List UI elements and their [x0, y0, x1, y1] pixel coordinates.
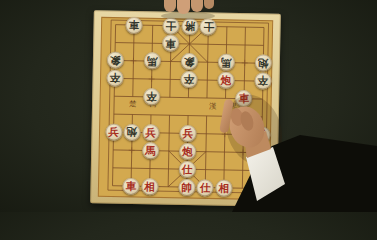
piece-glyph: 炮 [182, 146, 193, 157]
piece-glyph: 車 [166, 38, 177, 49]
piece-glyph: 象 [184, 57, 195, 68]
piece-e3[interactable]: 卒 [180, 71, 197, 88]
piece-e6[interactable]: 兵 [179, 125, 196, 142]
piece-c4[interactable]: 卒 [143, 88, 160, 105]
piece-f0[interactable]: 士 [200, 18, 217, 35]
piece-glyph: 士 [203, 21, 214, 32]
piece-glyph: 卒 [146, 92, 157, 103]
piece-g9[interactable]: 相 [215, 179, 232, 196]
piece-e7[interactable]: 炮 [179, 143, 196, 160]
piece-glyph: 車 [239, 93, 250, 104]
piece-f9[interactable]: 仕 [197, 179, 214, 196]
piece-a6[interactable]: 兵 [105, 123, 122, 140]
piece-glyph: 馬 [147, 56, 158, 67]
piece-glyph: 炮 [127, 127, 138, 138]
piece-e9[interactable]: 帥 [178, 178, 195, 195]
piece-glyph: 卒 [109, 73, 120, 84]
piece-glyph: 兵 [182, 128, 193, 139]
piece-glyph: 將 [184, 21, 195, 32]
piece-c2[interactable]: 馬 [143, 52, 160, 69]
piece-i6[interactable]: 兵 [253, 126, 270, 143]
piece-glyph: 車 [129, 20, 140, 31]
piece-d0[interactable]: 士 [163, 17, 180, 34]
piece-glyph: 馬 [221, 57, 232, 68]
xiangqi-board[interactable]: 楚河 漢界 車士將士車象馬象馬炮卒卒炮卒卒車兵炮兵兵兵馬炮仕車相帥仕相 [90, 10, 281, 207]
piece-glyph: 仕 [182, 164, 193, 175]
piece-c7[interactable]: 馬 [142, 142, 159, 159]
piece-b0[interactable]: 車 [125, 16, 142, 33]
piece-glyph: 兵 [145, 127, 156, 138]
table-surface: 楚河 漢界 車士將士車象馬象馬炮卒卒炮卒卒車兵炮兵兵兵馬炮仕車相帥仕相 卒 [0, 0, 377, 212]
piece-c9[interactable]: 相 [141, 178, 158, 195]
piece-glyph: 卒 [258, 76, 269, 87]
piece-glyph: 兵 [108, 127, 119, 138]
piece-glyph: 兵 [257, 130, 268, 141]
piece-glyph: 仕 [200, 182, 211, 193]
piece-glyph: 車 [126, 181, 137, 192]
piece-a2[interactable]: 象 [106, 52, 123, 69]
piece-glyph: 炮 [258, 58, 269, 69]
piece-e0[interactable]: 將 [181, 17, 198, 34]
captured-piece[interactable]: 卒 [284, 169, 303, 188]
piece-glyph: 馬 [145, 145, 156, 156]
piece-glyph: 士 [166, 20, 177, 31]
piece-glyph: 相 [144, 181, 155, 192]
piece-b9[interactable]: 車 [122, 177, 139, 194]
piece-glyph: 相 [218, 182, 229, 193]
piece-e8[interactable]: 仕 [178, 161, 195, 178]
piece-a3[interactable]: 卒 [106, 70, 123, 87]
captured-piece-glyph: 卒 [287, 172, 301, 186]
piece-glyph: 炮 [220, 75, 231, 86]
piece-c6[interactable]: 兵 [142, 124, 159, 141]
piece-glyph: 帥 [181, 182, 192, 193]
piece-glyph: 象 [110, 55, 121, 66]
piece-glyph: 卒 [183, 74, 194, 85]
